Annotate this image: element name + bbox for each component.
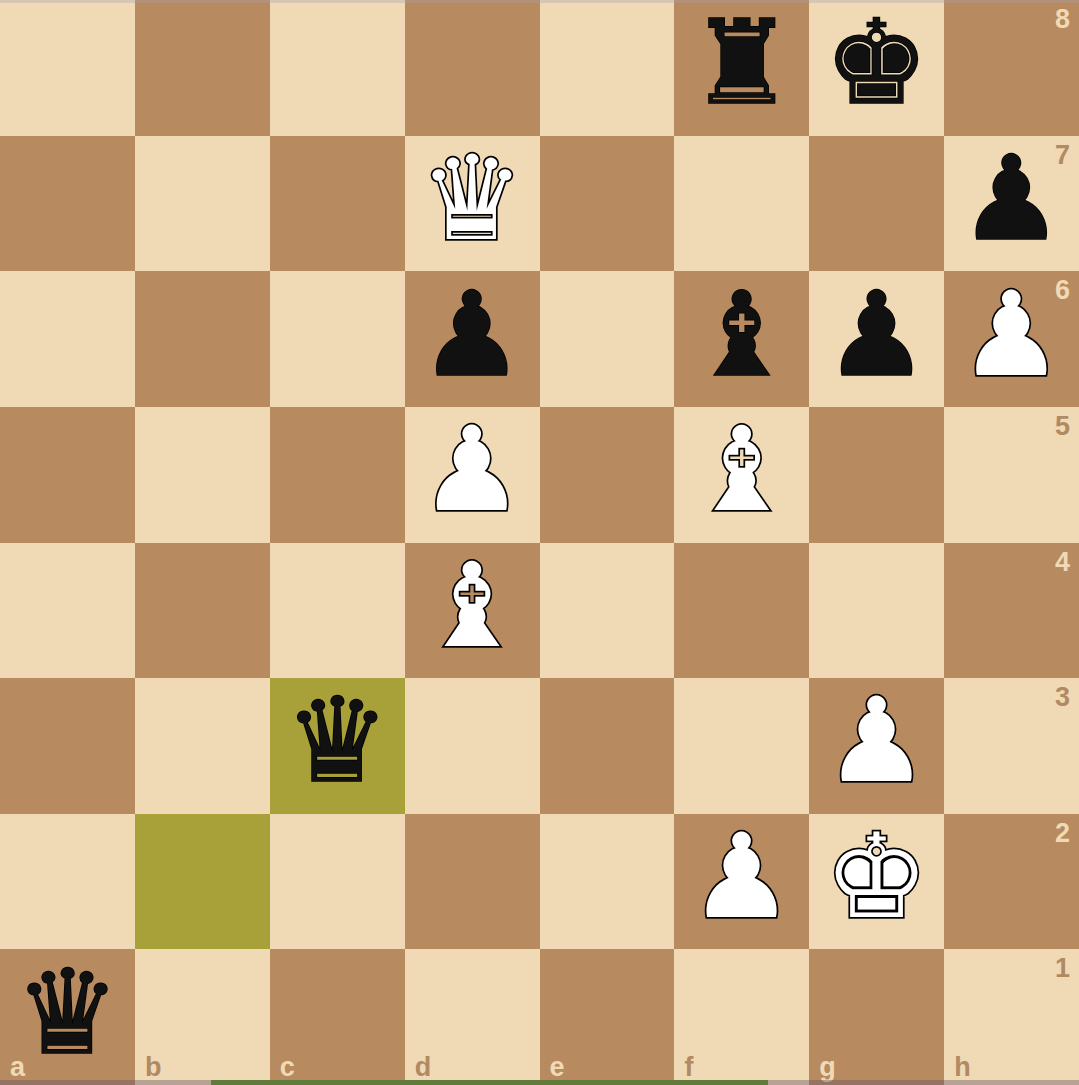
square-a2[interactable] <box>0 814 135 950</box>
square-h7[interactable]: ♟7 <box>944 136 1079 272</box>
piece-white-pawn[interactable]: ♟ <box>420 411 525 528</box>
piece-white-queen[interactable]: ♛ <box>420 140 525 257</box>
square-h2[interactable]: 2 <box>944 814 1079 950</box>
square-g1[interactable]: g <box>809 949 944 1085</box>
square-e1[interactable]: e <box>540 949 675 1085</box>
rank-label-3: 3 <box>1055 684 1070 711</box>
square-e4[interactable] <box>540 543 675 679</box>
square-c7[interactable] <box>270 136 405 272</box>
square-c3[interactable]: ♛ <box>270 678 405 814</box>
square-h3[interactable]: 3 <box>944 678 1079 814</box>
square-d3[interactable] <box>405 678 540 814</box>
square-e5[interactable] <box>540 407 675 543</box>
piece-black-pawn[interactable]: ♟ <box>959 140 1064 257</box>
square-h6[interactable]: ♟6 <box>944 271 1079 407</box>
piece-white-pawn[interactable]: ♟ <box>959 276 1064 393</box>
file-label-d: d <box>415 1054 432 1081</box>
square-d8[interactable] <box>405 0 540 136</box>
square-f1[interactable]: f <box>674 949 809 1085</box>
piece-black-pawn[interactable]: ♟ <box>824 276 929 393</box>
square-h4[interactable]: 4 <box>944 543 1079 679</box>
square-c4[interactable] <box>270 543 405 679</box>
square-g7[interactable] <box>809 136 944 272</box>
square-c1[interactable]: c <box>270 949 405 1085</box>
square-f6[interactable]: ♝ <box>674 271 809 407</box>
piece-black-pawn[interactable]: ♟ <box>420 276 525 393</box>
square-b7[interactable] <box>135 136 270 272</box>
square-a4[interactable] <box>0 543 135 679</box>
square-h5[interactable]: 5 <box>944 407 1079 543</box>
square-d5[interactable]: ♟ <box>405 407 540 543</box>
piece-white-bishop[interactable]: ♝ <box>420 547 525 664</box>
square-e7[interactable] <box>540 136 675 272</box>
square-g2[interactable]: ♚ <box>809 814 944 950</box>
file-label-h: h <box>954 1054 971 1081</box>
square-b1[interactable]: b <box>135 949 270 1085</box>
square-e3[interactable] <box>540 678 675 814</box>
piece-black-queen[interactable]: ♛ <box>285 682 390 799</box>
piece-black-rook[interactable]: ♜ <box>689 4 794 121</box>
square-b6[interactable] <box>135 271 270 407</box>
piece-white-pawn[interactable]: ♟ <box>824 682 929 799</box>
square-b2[interactable] <box>135 814 270 950</box>
square-c8[interactable] <box>270 0 405 136</box>
square-e6[interactable] <box>540 271 675 407</box>
square-e8[interactable] <box>540 0 675 136</box>
analysis-progress-fill <box>211 1080 768 1085</box>
square-b4[interactable] <box>135 543 270 679</box>
rank-label-6: 6 <box>1055 277 1070 304</box>
file-label-c: c <box>280 1054 295 1081</box>
file-label-e: e <box>550 1054 565 1081</box>
square-a8[interactable] <box>0 0 135 136</box>
square-g5[interactable] <box>809 407 944 543</box>
piece-white-king[interactable]: ♚ <box>824 818 929 935</box>
square-g8[interactable]: ♚ <box>809 0 944 136</box>
file-label-b: b <box>145 1054 162 1081</box>
square-d4[interactable]: ♝ <box>405 543 540 679</box>
square-a1[interactable]: ♛a <box>0 949 135 1085</box>
square-a5[interactable] <box>0 407 135 543</box>
analysis-progress-bar <box>0 1080 1079 1085</box>
square-b3[interactable] <box>135 678 270 814</box>
piece-black-king[interactable]: ♚ <box>824 4 929 121</box>
piece-white-pawn[interactable]: ♟ <box>689 818 794 935</box>
square-h8[interactable]: 8 <box>944 0 1079 136</box>
square-c6[interactable] <box>270 271 405 407</box>
window-top-edge <box>0 0 1079 3</box>
square-f5[interactable]: ♝ <box>674 407 809 543</box>
square-b8[interactable] <box>135 0 270 136</box>
chess-board: ♜♚8♛♟7♟♝♟♟6♟♝5♝4♛♟3♟♚2♛abcdefg1h <box>0 0 1079 1085</box>
square-a7[interactable] <box>0 136 135 272</box>
square-d7[interactable]: ♛ <box>405 136 540 272</box>
square-a6[interactable] <box>0 271 135 407</box>
file-label-f: f <box>684 1054 693 1081</box>
rank-label-8: 8 <box>1055 6 1070 33</box>
rank-label-2: 2 <box>1055 820 1070 847</box>
square-f8[interactable]: ♜ <box>674 0 809 136</box>
rank-label-5: 5 <box>1055 413 1070 440</box>
chess-app-window: ♜♚8♛♟7♟♝♟♟6♟♝5♝4♛♟3♟♚2♛abcdefg1h <box>0 0 1079 1085</box>
file-label-a: a <box>10 1054 25 1081</box>
piece-white-bishop[interactable]: ♝ <box>689 411 794 528</box>
file-label-g: g <box>819 1054 836 1081</box>
square-h1[interactable]: 1h <box>944 949 1079 1085</box>
rank-label-7: 7 <box>1055 142 1070 169</box>
square-g6[interactable]: ♟ <box>809 271 944 407</box>
rank-label-1: 1 <box>1055 955 1070 982</box>
rank-label-4: 4 <box>1055 549 1070 576</box>
square-f4[interactable] <box>674 543 809 679</box>
square-f2[interactable]: ♟ <box>674 814 809 950</box>
square-a3[interactable] <box>0 678 135 814</box>
square-g3[interactable]: ♟ <box>809 678 944 814</box>
square-g4[interactable] <box>809 543 944 679</box>
square-e2[interactable] <box>540 814 675 950</box>
square-c2[interactable] <box>270 814 405 950</box>
piece-black-bishop[interactable]: ♝ <box>689 276 794 393</box>
square-f3[interactable] <box>674 678 809 814</box>
square-d2[interactable] <box>405 814 540 950</box>
square-f7[interactable] <box>674 136 809 272</box>
square-d6[interactable]: ♟ <box>405 271 540 407</box>
piece-black-queen[interactable]: ♛ <box>15 954 120 1071</box>
square-c5[interactable] <box>270 407 405 543</box>
square-b5[interactable] <box>135 407 270 543</box>
square-d1[interactable]: d <box>405 949 540 1085</box>
